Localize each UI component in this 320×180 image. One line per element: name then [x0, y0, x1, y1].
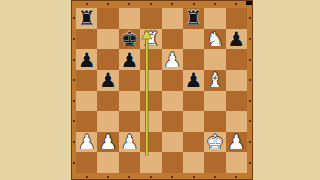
square-g4[interactable] [204, 91, 225, 112]
white-pawn[interactable]: ♟ [163, 49, 181, 69]
coordinate-tick [150, 3, 152, 5]
coordinate-tick [86, 176, 88, 178]
coordinate-tick [193, 3, 195, 5]
square-d8[interactable] [140, 8, 161, 29]
square-b5[interactable]: ♟ [97, 70, 118, 91]
white-pawn[interactable]: ♟ [78, 132, 96, 152]
square-e3[interactable] [162, 111, 183, 132]
square-a6[interactable]: ♟ [76, 49, 97, 70]
white-pawn[interactable]: ♟ [227, 132, 245, 152]
black-pawn[interactable]: ♟ [120, 49, 138, 69]
screenshot-root: { "game": "chess", "position": "r4r2/2kR… [0, 0, 320, 180]
coordinate-tick [249, 162, 251, 164]
square-a3[interactable] [76, 111, 97, 132]
square-c2[interactable]: ♟ [119, 132, 140, 153]
square-b2[interactable]: ♟ [97, 132, 118, 153]
corner-mark [246, 1, 252, 5]
square-f3[interactable] [183, 111, 204, 132]
square-a7[interactable] [76, 29, 97, 50]
square-f6[interactable] [183, 49, 204, 70]
square-d6[interactable] [140, 49, 161, 70]
coordinate-tick [249, 59, 251, 61]
square-b3[interactable] [97, 111, 118, 132]
chess-board: ♜♜♚♜♞♟♟♟♟♟♟♝♟♟♟♚♟ [71, 0, 253, 180]
coordinate-tick [249, 141, 251, 143]
coordinate-tick [171, 176, 173, 178]
square-a1[interactable] [76, 152, 97, 173]
coordinate-tick [249, 79, 251, 81]
square-g8[interactable] [204, 8, 225, 29]
square-h1[interactable] [226, 152, 247, 173]
square-c8[interactable] [119, 8, 140, 29]
square-e2[interactable] [162, 132, 183, 153]
white-king[interactable]: ♚ [206, 132, 224, 152]
coordinate-tick [193, 176, 195, 178]
coordinate-tick [73, 59, 75, 61]
square-a5[interactable] [76, 70, 97, 91]
square-c7[interactable]: ♚ [119, 29, 140, 50]
coordinate-tick [73, 38, 75, 40]
square-b6[interactable] [97, 49, 118, 70]
coordinate-tick [235, 3, 237, 5]
square-g1[interactable] [204, 152, 225, 173]
black-pawn[interactable]: ♟ [78, 49, 96, 69]
coordinate-tick [128, 176, 130, 178]
square-g2[interactable]: ♚ [204, 132, 225, 153]
square-d7[interactable]: ♜ [140, 29, 161, 50]
white-bishop[interactable]: ♝ [206, 70, 224, 90]
white-pawn[interactable]: ♟ [120, 132, 138, 152]
coordinate-tick [214, 3, 216, 5]
square-d3[interactable] [140, 111, 161, 132]
black-pawn[interactable]: ♟ [227, 29, 245, 49]
square-b8[interactable] [97, 8, 118, 29]
coordinate-tick [73, 162, 75, 164]
coordinate-tick [249, 17, 251, 19]
square-b7[interactable] [97, 29, 118, 50]
board-squares: ♜♜♚♜♞♟♟♟♟♟♟♝♟♟♟♚♟ [76, 8, 247, 173]
square-g3[interactable] [204, 111, 225, 132]
square-g6[interactable] [204, 49, 225, 70]
white-rook[interactable]: ♜ [142, 29, 160, 49]
square-g5[interactable]: ♝ [204, 70, 225, 91]
square-e1[interactable] [162, 152, 183, 173]
coordinate-tick [73, 100, 75, 102]
square-f8[interactable]: ♜ [183, 8, 204, 29]
square-h7[interactable]: ♟ [226, 29, 247, 50]
square-c1[interactable] [119, 152, 140, 173]
square-c3[interactable] [119, 111, 140, 132]
square-e7[interactable] [162, 29, 183, 50]
square-h2[interactable]: ♟ [226, 132, 247, 153]
square-a2[interactable]: ♟ [76, 132, 97, 153]
square-g7[interactable]: ♞ [204, 29, 225, 50]
square-c4[interactable] [119, 91, 140, 112]
coordinate-tick [235, 176, 237, 178]
square-d1[interactable] [140, 152, 161, 173]
square-e4[interactable] [162, 91, 183, 112]
square-f5[interactable]: ♟ [183, 70, 204, 91]
white-knight[interactable]: ♞ [206, 29, 224, 49]
square-h5[interactable] [226, 70, 247, 91]
black-pawn[interactable]: ♟ [99, 70, 117, 90]
square-b1[interactable] [97, 152, 118, 173]
coordinate-tick [107, 176, 109, 178]
square-a4[interactable] [76, 91, 97, 112]
coordinate-tick [249, 38, 251, 40]
coordinate-tick [249, 100, 251, 102]
coordinate-tick [249, 120, 251, 122]
coordinate-tick [73, 79, 75, 81]
square-f1[interactable] [183, 152, 204, 173]
square-d4[interactable] [140, 91, 161, 112]
square-h4[interactable] [226, 91, 247, 112]
coordinate-tick [73, 17, 75, 19]
square-c5[interactable] [119, 70, 140, 91]
square-e6[interactable]: ♟ [162, 49, 183, 70]
coordinate-tick [171, 3, 173, 5]
white-pawn[interactable]: ♟ [99, 132, 117, 152]
coordinate-tick [73, 141, 75, 143]
black-pawn[interactable]: ♟ [185, 70, 203, 90]
square-h6[interactable] [226, 49, 247, 70]
square-e8[interactable] [162, 8, 183, 29]
square-a8[interactable]: ♜ [76, 8, 97, 29]
black-rook[interactable]: ♜ [185, 8, 203, 28]
coordinate-tick [128, 3, 130, 5]
black-king[interactable]: ♚ [120, 29, 138, 49]
square-c6[interactable]: ♟ [119, 49, 140, 70]
square-f7[interactable] [183, 29, 204, 50]
square-e5[interactable] [162, 70, 183, 91]
square-d5[interactable] [140, 70, 161, 91]
square-d2[interactable] [140, 132, 161, 153]
coordinate-tick [150, 176, 152, 178]
square-f4[interactable] [183, 91, 204, 112]
coordinate-tick [86, 3, 88, 5]
square-h8[interactable] [226, 8, 247, 29]
square-b4[interactable] [97, 91, 118, 112]
coordinate-tick [73, 120, 75, 122]
coordinate-tick [107, 3, 109, 5]
black-rook[interactable]: ♜ [78, 8, 96, 28]
coordinate-tick [214, 176, 216, 178]
square-h3[interactable] [226, 111, 247, 132]
square-f2[interactable] [183, 132, 204, 153]
